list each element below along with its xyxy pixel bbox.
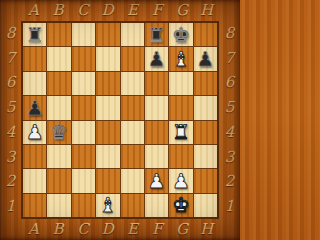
square-b4[interactable]: ♛: [47, 121, 70, 144]
file-label-H: H: [194, 0, 219, 21]
rank-label-3: 3: [0, 145, 21, 170]
square-a6[interactable]: [23, 72, 46, 95]
square-f6[interactable]: [145, 72, 168, 95]
square-g4[interactable]: ♜: [169, 121, 192, 144]
square-g5[interactable]: [169, 96, 192, 119]
square-b1[interactable]: [47, 194, 70, 217]
piece-black-pawn[interactable]: ♟: [196, 49, 214, 69]
square-a1[interactable]: [23, 194, 46, 217]
square-b8[interactable]: [47, 23, 70, 46]
file-label-F: F: [145, 0, 170, 21]
piece-white-king[interactable]: ♚: [172, 195, 190, 215]
piece-black-rook[interactable]: ♜: [26, 25, 44, 45]
square-d3[interactable]: [96, 145, 119, 168]
square-h8[interactable]: [194, 23, 217, 46]
rank-label-6: 6: [219, 71, 240, 96]
square-a2[interactable]: [23, 169, 46, 192]
piece-white-bishop[interactable]: ♝: [172, 49, 190, 69]
rank-label-2: 2: [219, 170, 240, 195]
square-g1[interactable]: ♚: [169, 194, 192, 217]
square-g8[interactable]: ♚: [169, 23, 192, 46]
square-e5[interactable]: [121, 96, 144, 119]
square-h4[interactable]: [194, 121, 217, 144]
file-label-D: D: [95, 0, 120, 21]
square-d5[interactable]: [96, 96, 119, 119]
rank-labels-right: 87654321: [219, 21, 240, 219]
square-b3[interactable]: [47, 145, 70, 168]
square-a5[interactable]: ♟: [23, 96, 46, 119]
rank-label-7: 7: [219, 46, 240, 71]
square-c3[interactable]: [72, 145, 95, 168]
square-a7[interactable]: [23, 47, 46, 70]
square-h6[interactable]: [194, 72, 217, 95]
file-label-G: G: [170, 219, 195, 240]
square-g2[interactable]: ♟: [169, 169, 192, 192]
board-grid: ♜♜♚♟♝♟♟♟♛♜♟♟♝♚: [23, 23, 217, 217]
square-c4[interactable]: [72, 121, 95, 144]
file-label-H: H: [194, 219, 219, 240]
square-c2[interactable]: [72, 169, 95, 192]
square-e8[interactable]: [121, 23, 144, 46]
file-label-A: A: [21, 0, 46, 21]
square-f1[interactable]: [145, 194, 168, 217]
square-h3[interactable]: [194, 145, 217, 168]
file-label-F: F: [145, 219, 170, 240]
square-a3[interactable]: [23, 145, 46, 168]
square-f3[interactable]: [145, 145, 168, 168]
square-d6[interactable]: [96, 72, 119, 95]
file-label-B: B: [46, 219, 71, 240]
square-e2[interactable]: [121, 169, 144, 192]
piece-white-rook[interactable]: ♜: [172, 122, 190, 142]
file-label-G: G: [170, 0, 195, 21]
square-d4[interactable]: [96, 121, 119, 144]
rank-label-8: 8: [0, 21, 21, 46]
chess-board: ♜♜♚♟♝♟♟♟♛♜♟♟♝♚: [21, 21, 219, 219]
square-e7[interactable]: [121, 47, 144, 70]
rank-label-4: 4: [219, 120, 240, 145]
square-c8[interactable]: [72, 23, 95, 46]
rank-label-4: 4: [0, 120, 21, 145]
square-c5[interactable]: [72, 96, 95, 119]
file-label-A: A: [21, 219, 46, 240]
square-g3[interactable]: [169, 145, 192, 168]
square-d1[interactable]: ♝: [96, 194, 119, 217]
square-a8[interactable]: ♜: [23, 23, 46, 46]
file-label-C: C: [71, 219, 96, 240]
square-f2[interactable]: ♟: [145, 169, 168, 192]
rank-label-2: 2: [0, 170, 21, 195]
piece-black-king[interactable]: ♚: [172, 25, 190, 45]
square-b5[interactable]: [47, 96, 70, 119]
square-h5[interactable]: [194, 96, 217, 119]
rank-labels-left: 87654321: [0, 21, 21, 219]
square-f4[interactable]: [145, 121, 168, 144]
piece-black-rook[interactable]: ♜: [148, 25, 166, 45]
rank-label-8: 8: [219, 21, 240, 46]
square-d2[interactable]: [96, 169, 119, 192]
piece-white-pawn[interactable]: ♟: [172, 171, 190, 191]
rank-label-5: 5: [219, 95, 240, 120]
rank-label-6: 6: [0, 71, 21, 96]
square-f8[interactable]: ♜: [145, 23, 168, 46]
square-c7[interactable]: [72, 47, 95, 70]
file-label-C: C: [71, 0, 96, 21]
rank-label-5: 5: [0, 95, 21, 120]
file-label-E: E: [120, 219, 145, 240]
piece-black-pawn[interactable]: ♟: [148, 49, 166, 69]
rank-label-3: 3: [219, 145, 240, 170]
square-c1[interactable]: [72, 194, 95, 217]
rank-label-1: 1: [219, 194, 240, 219]
piece-white-pawn[interactable]: ♟: [148, 171, 166, 191]
square-f7[interactable]: ♟: [145, 47, 168, 70]
rank-label-7: 7: [0, 46, 21, 71]
square-b7[interactable]: [47, 47, 70, 70]
square-e1[interactable]: [121, 194, 144, 217]
square-d8[interactable]: [96, 23, 119, 46]
square-c6[interactable]: [72, 72, 95, 95]
piece-black-queen[interactable]: ♛: [50, 122, 68, 142]
file-label-B: B: [46, 0, 71, 21]
square-d7[interactable]: [96, 47, 119, 70]
square-h7[interactable]: ♟: [194, 47, 217, 70]
square-e6[interactable]: [121, 72, 144, 95]
file-label-D: D: [95, 219, 120, 240]
square-e4[interactable]: [121, 121, 144, 144]
square-f5[interactable]: [145, 96, 168, 119]
square-e3[interactable]: [121, 145, 144, 168]
square-g6[interactable]: [169, 72, 192, 95]
square-b2[interactable]: [47, 169, 70, 192]
square-h1[interactable]: [194, 194, 217, 217]
piece-black-pawn[interactable]: ♟: [26, 98, 44, 118]
piece-white-bishop[interactable]: ♝: [99, 195, 117, 215]
piece-white-pawn[interactable]: ♟: [26, 122, 44, 142]
square-a4[interactable]: ♟: [23, 121, 46, 144]
rank-label-1: 1: [0, 194, 21, 219]
square-b6[interactable]: [47, 72, 70, 95]
square-g7[interactable]: ♝: [169, 47, 192, 70]
square-h2[interactable]: [194, 169, 217, 192]
file-labels-bottom: ABCDEFGH: [21, 219, 219, 240]
file-labels-top: ABCDEFGH: [21, 0, 219, 21]
file-label-E: E: [120, 0, 145, 21]
